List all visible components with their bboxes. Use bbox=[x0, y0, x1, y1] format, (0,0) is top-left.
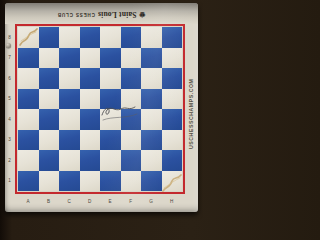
square-c5[interactable] bbox=[59, 89, 80, 110]
file-label-c: C bbox=[59, 196, 80, 207]
file-label-e: E bbox=[100, 196, 121, 207]
square-d1[interactable] bbox=[80, 171, 101, 192]
square-e1[interactable] bbox=[100, 171, 121, 192]
signature-a8-gold bbox=[17, 26, 40, 49]
square-f6[interactable] bbox=[121, 68, 142, 89]
square-b5[interactable] bbox=[39, 89, 60, 110]
file-label-d: D bbox=[80, 196, 101, 207]
file-label-f: F bbox=[121, 196, 142, 207]
square-g4[interactable] bbox=[141, 109, 162, 130]
square-c1[interactable] bbox=[59, 171, 80, 192]
square-a1[interactable] bbox=[18, 171, 39, 192]
rank-label-6: 6 bbox=[5, 68, 14, 89]
square-h3[interactable] bbox=[162, 130, 183, 151]
brand-band: ♚ Saint Louis CHESS CLUB bbox=[5, 3, 198, 24]
square-e6[interactable] bbox=[100, 68, 121, 89]
square-g3[interactable] bbox=[141, 130, 162, 151]
square-a2[interactable] bbox=[18, 150, 39, 171]
rank-label-2: 2 bbox=[5, 150, 14, 171]
square-g5[interactable] bbox=[141, 89, 162, 110]
snap-grommet bbox=[6, 43, 11, 48]
square-f2[interactable] bbox=[121, 150, 142, 171]
square-c4[interactable] bbox=[59, 109, 80, 130]
square-g7[interactable] bbox=[141, 48, 162, 69]
signature-h1-gold bbox=[159, 171, 184, 195]
square-b2[interactable] bbox=[39, 150, 60, 171]
square-e8[interactable] bbox=[100, 27, 121, 48]
rank-label-4: 4 bbox=[5, 109, 14, 130]
saint-louis-chess-club-logo-icon: ♚ bbox=[139, 11, 146, 19]
photo-of-vinyl-chess-board: ♚ Saint Louis CHESS CLUB 87654321 ABCDEF… bbox=[0, 0, 203, 220]
square-f3[interactable] bbox=[121, 130, 142, 151]
square-b7[interactable] bbox=[39, 48, 60, 69]
rank-label-7: 7 bbox=[5, 48, 14, 69]
square-a3[interactable] bbox=[18, 130, 39, 151]
square-c6[interactable] bbox=[59, 68, 80, 89]
rank-label-1: 1 bbox=[5, 171, 14, 192]
square-a7[interactable] bbox=[18, 48, 39, 69]
square-a6[interactable] bbox=[18, 68, 39, 89]
signature-center-black bbox=[97, 100, 143, 127]
square-h5[interactable] bbox=[162, 89, 183, 110]
square-c7[interactable] bbox=[59, 48, 80, 69]
square-b1[interactable] bbox=[39, 171, 60, 192]
square-d7[interactable] bbox=[80, 48, 101, 69]
square-e7[interactable] bbox=[100, 48, 121, 69]
square-c2[interactable] bbox=[59, 150, 80, 171]
square-b8[interactable] bbox=[39, 27, 60, 48]
square-e2[interactable] bbox=[100, 150, 121, 171]
square-a5[interactable] bbox=[18, 89, 39, 110]
file-labels: ABCDEFGH bbox=[18, 196, 182, 207]
club-name: Saint Louis bbox=[98, 10, 137, 19]
square-h4[interactable] bbox=[162, 109, 183, 130]
square-d2[interactable] bbox=[80, 150, 101, 171]
file-label-h: H bbox=[162, 196, 183, 207]
square-h7[interactable] bbox=[162, 48, 183, 69]
square-f7[interactable] bbox=[121, 48, 142, 69]
rank-label-5: 5 bbox=[5, 89, 14, 110]
file-label-b: B bbox=[39, 196, 60, 207]
square-b4[interactable] bbox=[39, 109, 60, 130]
uschesschamps-url: USCHESSCHAMPS.COM bbox=[185, 58, 196, 170]
square-a4[interactable] bbox=[18, 109, 39, 130]
square-d8[interactable] bbox=[80, 27, 101, 48]
square-c3[interactable] bbox=[59, 130, 80, 151]
square-e3[interactable] bbox=[100, 130, 121, 151]
square-g8[interactable] bbox=[141, 27, 162, 48]
file-label-g: G bbox=[141, 196, 162, 207]
club-suffix: CHESS CLUB bbox=[57, 12, 95, 17]
club-branding-upside-down: ♚ Saint Louis CHESS CLUB bbox=[57, 10, 146, 19]
rank-label-3: 3 bbox=[5, 130, 14, 151]
square-h2[interactable] bbox=[162, 150, 183, 171]
square-g2[interactable] bbox=[141, 150, 162, 171]
square-f8[interactable] bbox=[121, 27, 142, 48]
square-h8[interactable] bbox=[162, 27, 183, 48]
square-b6[interactable] bbox=[39, 68, 60, 89]
file-label-a: A bbox=[18, 196, 39, 207]
square-d6[interactable] bbox=[80, 68, 101, 89]
rank-labels: 87654321 bbox=[5, 27, 14, 191]
square-b3[interactable] bbox=[39, 130, 60, 151]
square-c8[interactable] bbox=[59, 27, 80, 48]
square-f1[interactable] bbox=[121, 171, 142, 192]
square-h6[interactable] bbox=[162, 68, 183, 89]
square-g6[interactable] bbox=[141, 68, 162, 89]
square-d3[interactable] bbox=[80, 130, 101, 151]
